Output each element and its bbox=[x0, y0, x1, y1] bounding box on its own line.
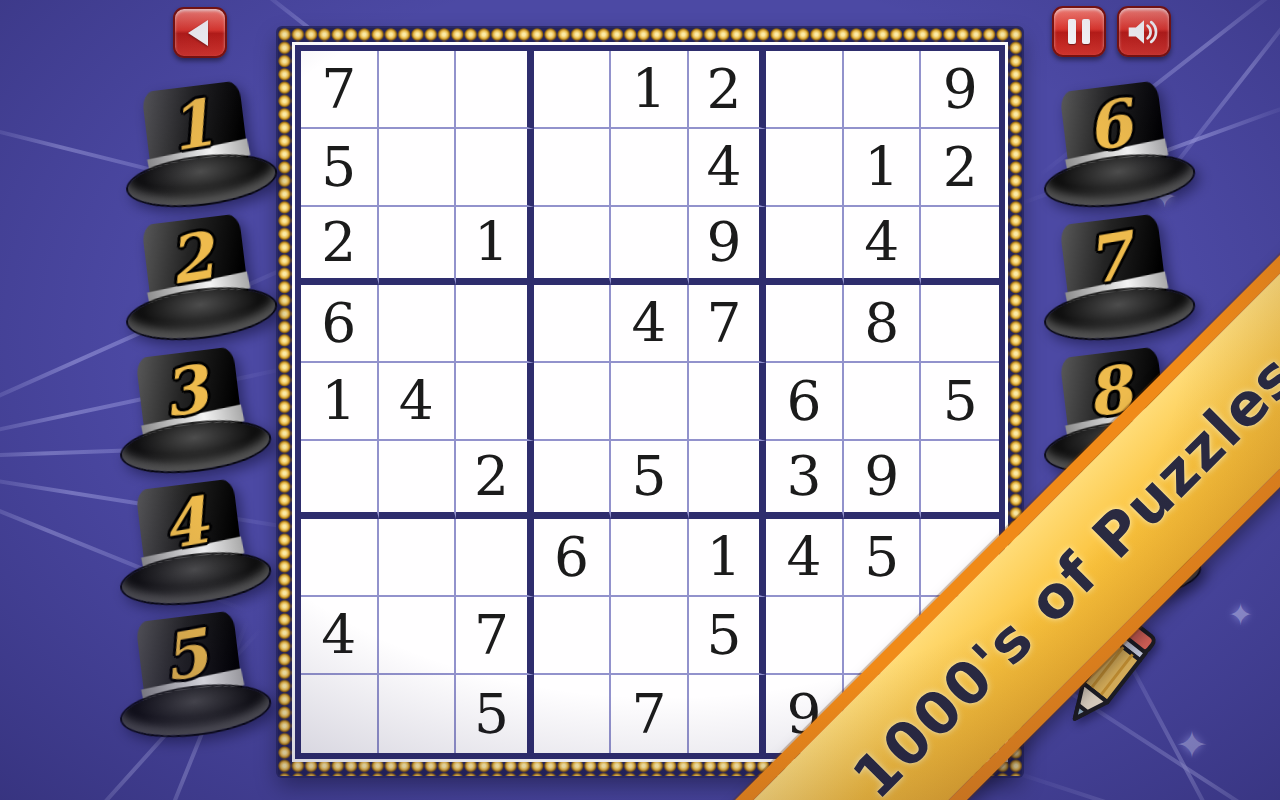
cell-r3c3[interactable]: 1 bbox=[456, 207, 534, 285]
cell-r6c2[interactable] bbox=[379, 441, 457, 519]
cell-r5c4[interactable] bbox=[534, 363, 612, 441]
cell-r2c4[interactable] bbox=[534, 129, 612, 207]
cell-r8c2[interactable] bbox=[379, 597, 457, 675]
cell-r6c4[interactable] bbox=[534, 441, 612, 519]
cell-r7c6[interactable]: 1 bbox=[689, 519, 767, 597]
cell-r3c7[interactable] bbox=[766, 207, 844, 285]
cell-r6c8[interactable]: 9 bbox=[844, 441, 922, 519]
cell-r2c7[interactable] bbox=[766, 129, 844, 207]
cell-r5c5[interactable] bbox=[611, 363, 689, 441]
pause-button[interactable] bbox=[1052, 6, 1106, 57]
cell-r5c9[interactable]: 5 bbox=[921, 363, 999, 441]
hat-number-2[interactable]: 2 bbox=[115, 206, 279, 345]
cell-r4c4[interactable] bbox=[534, 285, 612, 363]
cell-r6c7[interactable]: 3 bbox=[766, 441, 844, 519]
cell-r1c9[interactable]: 9 bbox=[921, 51, 999, 129]
cell-r9c4[interactable] bbox=[534, 675, 612, 753]
cell-r7c2[interactable] bbox=[379, 519, 457, 597]
cell-r5c3[interactable] bbox=[456, 363, 534, 441]
cell-r1c1[interactable]: 7 bbox=[301, 51, 379, 129]
cell-r3c4[interactable] bbox=[534, 207, 612, 285]
cell-r9c1[interactable] bbox=[301, 675, 379, 753]
cell-r6c3[interactable]: 2 bbox=[456, 441, 534, 519]
cell-r7c4[interactable]: 6 bbox=[534, 519, 612, 597]
hat-number-5[interactable]: 5 bbox=[109, 603, 273, 742]
hat-number-4[interactable]: 4 bbox=[109, 471, 273, 610]
back-arrow-icon bbox=[188, 20, 208, 46]
cell-r6c9[interactable] bbox=[921, 441, 999, 519]
hat-number-1[interactable]: 1 bbox=[115, 73, 279, 212]
cell-r1c7[interactable] bbox=[766, 51, 844, 129]
cell-r3c6[interactable]: 9 bbox=[689, 207, 767, 285]
game-screen: ✦ ✦ ✦ 7129541221946478146525396145475579… bbox=[0, 0, 1280, 800]
cell-r4c7[interactable] bbox=[766, 285, 844, 363]
cell-r4c8[interactable]: 8 bbox=[844, 285, 922, 363]
cell-r2c5[interactable] bbox=[611, 129, 689, 207]
cell-r6c6[interactable] bbox=[689, 441, 767, 519]
cell-r3c5[interactable] bbox=[611, 207, 689, 285]
cell-r6c1[interactable] bbox=[301, 441, 379, 519]
cell-r2c8[interactable]: 1 bbox=[844, 129, 922, 207]
sparkle-icon: ✦ bbox=[1228, 600, 1253, 630]
cell-r9c2[interactable] bbox=[379, 675, 457, 753]
cell-r8c6[interactable]: 5 bbox=[689, 597, 767, 675]
cell-r8c3[interactable]: 7 bbox=[456, 597, 534, 675]
cell-r8c7[interactable] bbox=[766, 597, 844, 675]
cell-r2c3[interactable] bbox=[456, 129, 534, 207]
cell-r7c3[interactable] bbox=[456, 519, 534, 597]
cell-r3c9[interactable] bbox=[921, 207, 999, 285]
cell-r3c2[interactable] bbox=[379, 207, 457, 285]
cell-r1c8[interactable] bbox=[844, 51, 922, 129]
cell-r4c2[interactable] bbox=[379, 285, 457, 363]
sound-button[interactable] bbox=[1117, 6, 1171, 57]
cell-r7c7[interactable]: 4 bbox=[766, 519, 844, 597]
cell-r2c9[interactable]: 2 bbox=[921, 129, 999, 207]
cell-r7c1[interactable] bbox=[301, 519, 379, 597]
back-button[interactable] bbox=[173, 7, 227, 58]
cell-r9c6[interactable] bbox=[689, 675, 767, 753]
sparkle-icon: ✦ bbox=[1176, 726, 1208, 764]
cell-r1c3[interactable] bbox=[456, 51, 534, 129]
cell-r5c2[interactable]: 4 bbox=[379, 363, 457, 441]
cell-r4c3[interactable] bbox=[456, 285, 534, 363]
cell-r6c5[interactable]: 5 bbox=[611, 441, 689, 519]
cell-r9c5[interactable]: 7 bbox=[611, 675, 689, 753]
cell-r7c5[interactable] bbox=[611, 519, 689, 597]
speaker-icon bbox=[1126, 17, 1162, 47]
cell-r1c2[interactable] bbox=[379, 51, 457, 129]
cell-r4c1[interactable]: 6 bbox=[301, 285, 379, 363]
cell-r8c4[interactable] bbox=[534, 597, 612, 675]
hat-number-7[interactable]: 7 bbox=[1033, 206, 1197, 345]
cell-r4c6[interactable]: 7 bbox=[689, 285, 767, 363]
cell-r2c6[interactable]: 4 bbox=[689, 129, 767, 207]
cell-r8c5[interactable] bbox=[611, 597, 689, 675]
cell-r1c4[interactable] bbox=[534, 51, 612, 129]
cell-r5c7[interactable]: 6 bbox=[766, 363, 844, 441]
cell-r5c6[interactable] bbox=[689, 363, 767, 441]
cell-r9c3[interactable]: 5 bbox=[456, 675, 534, 753]
hat-number-6[interactable]: 6 bbox=[1033, 73, 1197, 212]
cell-r8c1[interactable]: 4 bbox=[301, 597, 379, 675]
cell-r3c1[interactable]: 2 bbox=[301, 207, 379, 285]
cell-r3c8[interactable]: 4 bbox=[844, 207, 922, 285]
cell-r4c9[interactable] bbox=[921, 285, 999, 363]
cell-r2c1[interactable]: 5 bbox=[301, 129, 379, 207]
cell-r7c8[interactable]: 5 bbox=[844, 519, 922, 597]
cell-r5c1[interactable]: 1 bbox=[301, 363, 379, 441]
cell-r1c5[interactable]: 1 bbox=[611, 51, 689, 129]
cell-r2c2[interactable] bbox=[379, 129, 457, 207]
pause-icon bbox=[1068, 19, 1090, 44]
cell-r1c6[interactable]: 2 bbox=[689, 51, 767, 129]
hat-number-3[interactable]: 3 bbox=[109, 339, 273, 478]
cell-r5c8[interactable] bbox=[844, 363, 922, 441]
cell-r4c5[interactable]: 4 bbox=[611, 285, 689, 363]
